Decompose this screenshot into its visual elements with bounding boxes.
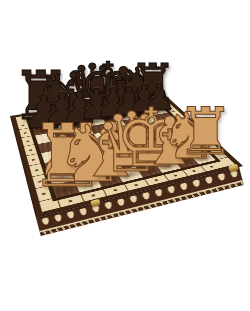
piece-shadow: [192, 153, 216, 163]
product-photo: ♜♞♝♛♚♝♞♜♟♟♟♟♟♟♟♟♟♟♟♟♟♟♟♟♜♞♝♛♚♝♞♜: [0, 0, 250, 311]
